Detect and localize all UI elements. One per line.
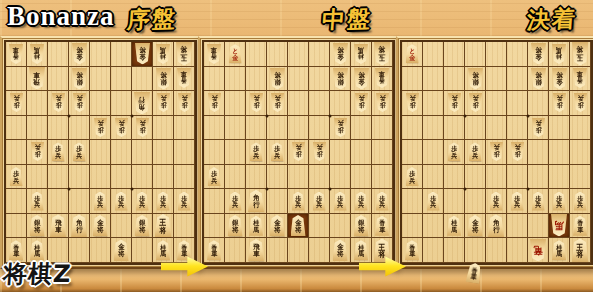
shogi-piece-桂馬-gote[interactable]: 桂馬 <box>156 44 170 64</box>
square-c1r1[interactable]: 香車 <box>6 42 27 67</box>
square-c2r9[interactable] <box>423 238 444 263</box>
square-c2r4[interactable] <box>225 116 246 141</box>
square-c6r8[interactable] <box>111 214 132 239</box>
shogi-piece-桂馬-sente[interactable]: 桂馬 <box>156 240 170 260</box>
shogi-piece-歩兵-gote[interactable]: 歩兵 <box>250 93 263 112</box>
shogi-piece-銀将-gote[interactable]: 銀将 <box>156 68 171 90</box>
shogi-piece-飛車-sente[interactable]: 飛車 <box>248 239 264 262</box>
square-c6r4[interactable]: 歩兵 <box>111 116 132 141</box>
square-c7r8[interactable]: 銀将 <box>132 214 153 239</box>
square-c4r1[interactable] <box>267 42 288 67</box>
shogi-piece-歩兵-gote[interactable]: 歩兵 <box>469 93 482 112</box>
square-c5r6[interactable] <box>288 165 309 190</box>
square-c1r3[interactable]: 歩兵 <box>402 91 423 116</box>
square-c3r5[interactable]: 歩兵 <box>246 140 267 165</box>
square-c2r3[interactable] <box>27 91 48 116</box>
square-c9r7[interactable]: 歩兵 <box>372 189 393 214</box>
shogi-piece-香車-gote[interactable]: 香車 <box>177 68 191 88</box>
shogi-piece-歩兵-gote[interactable]: 歩兵 <box>334 118 347 137</box>
shogi-piece-金将-gote[interactable]: 金将 <box>333 43 348 65</box>
square-c4r2[interactable]: 銀将 <box>69 67 90 92</box>
square-c5r7[interactable]: 歩兵 <box>288 189 309 214</box>
shogi-piece-香車-gote[interactable]: 香車 <box>9 44 23 64</box>
shogi-piece-歩兵-sente[interactable]: 歩兵 <box>271 142 284 161</box>
shogi-piece-歩兵-gote[interactable]: 歩兵 <box>553 93 566 112</box>
square-c5r3[interactable] <box>90 91 111 116</box>
square-c5r6[interactable] <box>486 165 507 190</box>
square-c5r3[interactable] <box>486 91 507 116</box>
square-c9r4[interactable] <box>174 116 195 141</box>
square-c7r7[interactable]: 歩兵 <box>330 189 351 214</box>
square-c8r1[interactable]: 桂馬 <box>549 42 570 67</box>
square-c5r6[interactable] <box>90 165 111 190</box>
square-c2r1[interactable]: 桂馬 <box>27 42 48 67</box>
square-c1r4[interactable] <box>204 116 225 141</box>
square-c4r1[interactable]: 金将 <box>69 42 90 67</box>
square-c6r5[interactable] <box>111 140 132 165</box>
square-c5r5[interactable]: 歩兵 <box>288 140 309 165</box>
shogi-piece-歩兵-sente[interactable]: 歩兵 <box>448 142 461 161</box>
shogi-piece-金将-sente[interactable]: 金将 <box>333 239 348 261</box>
shogi-piece-香車-gote[interactable]: 香車 <box>375 68 389 88</box>
square-c8r2[interactable]: 金将 <box>351 67 372 92</box>
square-c3r6[interactable] <box>444 165 465 190</box>
square-c6r2[interactable] <box>507 67 528 92</box>
square-c7r3[interactable] <box>330 91 351 116</box>
square-c3r9[interactable] <box>444 238 465 263</box>
square-c8r6[interactable] <box>549 165 570 190</box>
square-c4r5[interactable]: 歩兵 <box>69 140 90 165</box>
square-c7r4[interactable]: 歩兵 <box>528 116 549 141</box>
square-c2r2[interactable] <box>225 67 246 92</box>
square-c1r3[interactable]: 歩兵 <box>204 91 225 116</box>
shogi-piece-桂馬-sente[interactable]: 桂馬 <box>447 216 461 236</box>
square-c7r3[interactable] <box>528 91 549 116</box>
square-c4r7[interactable] <box>69 189 90 214</box>
square-c2r2[interactable]: 飛車 <box>27 67 48 92</box>
shogi-piece-歩兵-gote[interactable]: 歩兵 <box>178 93 191 112</box>
square-c3r6[interactable] <box>48 165 69 190</box>
square-c6r9[interactable] <box>309 238 330 263</box>
shogi-piece-金将-gote[interactable]: 金将 <box>531 43 546 65</box>
square-c4r3[interactable]: 歩兵 <box>69 91 90 116</box>
square-c7r5[interactable] <box>330 140 351 165</box>
square-c6r7[interactable]: 歩兵 <box>507 189 528 214</box>
square-c9r1[interactable]: 玉将 <box>174 42 195 67</box>
square-c6r1[interactable] <box>507 42 528 67</box>
shogi-piece-銀将-sente[interactable]: 銀将 <box>354 215 369 237</box>
square-c4r1[interactable] <box>465 42 486 67</box>
square-c9r4[interactable] <box>372 116 393 141</box>
square-c5r1[interactable] <box>288 42 309 67</box>
square-c6r6[interactable] <box>309 165 330 190</box>
square-c3r8[interactable]: 桂馬 <box>444 214 465 239</box>
shogi-piece-歩兵-sente[interactable]: 歩兵 <box>157 192 170 211</box>
square-c1r5[interactable] <box>6 140 27 165</box>
shogi-piece-飛車-gote[interactable]: 飛車 <box>29 67 45 90</box>
shogi-piece-桂馬-sente[interactable]: 桂馬 <box>552 240 566 260</box>
square-c5r9[interactable] <box>288 238 309 263</box>
shogi-piece-歩兵-gote[interactable]: 歩兵 <box>157 93 170 112</box>
shogi-piece-歩兵-gote[interactable]: 歩兵 <box>136 118 149 137</box>
shogi-piece-歩兵-gote[interactable]: 歩兵 <box>94 118 107 137</box>
square-c5r4[interactable] <box>486 116 507 141</box>
square-c9r5[interactable] <box>570 140 591 165</box>
shogi-piece-歩兵-gote[interactable]: 歩兵 <box>208 93 221 112</box>
shogi-piece-王将-sente[interactable]: 王将 <box>572 238 589 262</box>
square-c2r7[interactable]: 歩兵 <box>27 189 48 214</box>
shogi-piece-金将-sente[interactable]: 金将 <box>291 215 306 237</box>
square-c4r7[interactable] <box>267 189 288 214</box>
square-c9r2[interactable]: 香車 <box>570 67 591 92</box>
shogi-piece-歩兵-sente[interactable]: 歩兵 <box>178 192 191 211</box>
square-c9r2[interactable]: 香車 <box>372 67 393 92</box>
square-c8r7[interactable]: 歩兵 <box>351 189 372 214</box>
square-c3r1[interactable] <box>444 42 465 67</box>
shogi-piece-金将-gote[interactable]: 金将 <box>72 43 87 65</box>
board-grid[interactable]: と金金将桂馬玉将銀将銀将金将香車歩兵歩兵歩兵歩兵歩兵歩兵歩兵歩兵歩兵歩兵歩兵歩兵… <box>400 40 593 265</box>
square-c5r3[interactable] <box>288 91 309 116</box>
shogi-piece-歩兵-sente[interactable]: 歩兵 <box>427 192 440 211</box>
square-c9r6[interactable] <box>570 165 591 190</box>
shogi-piece-歩兵-gote[interactable]: 歩兵 <box>31 142 44 161</box>
square-c3r8[interactable]: 飛車 <box>48 214 69 239</box>
square-c5r9[interactable] <box>486 238 507 263</box>
square-c2r9[interactable] <box>225 238 246 263</box>
square-c6r1[interactable] <box>309 42 330 67</box>
shogi-piece-歩兵-sente[interactable]: 歩兵 <box>313 192 326 211</box>
square-c3r7[interactable] <box>48 189 69 214</box>
square-c3r2[interactable] <box>48 67 69 92</box>
square-c4r5[interactable]: 歩兵 <box>267 140 288 165</box>
square-c1r8[interactable] <box>402 214 423 239</box>
shogi-piece-角行-sente[interactable]: 角行 <box>71 214 87 237</box>
shogi-piece-歩兵-sente[interactable]: 歩兵 <box>292 192 305 211</box>
square-c4r6[interactable] <box>465 165 486 190</box>
square-c5r8[interactable]: 金将 <box>288 214 309 239</box>
square-c5r5[interactable] <box>90 140 111 165</box>
square-c6r7[interactable]: 歩兵 <box>309 189 330 214</box>
square-c8r4[interactable] <box>549 116 570 141</box>
square-c6r4[interactable] <box>507 116 528 141</box>
square-c8r9[interactable]: 桂馬 <box>153 238 174 263</box>
square-c1r2[interactable] <box>6 67 27 92</box>
square-c8r3[interactable]: 歩兵 <box>549 91 570 116</box>
square-c8r7[interactable]: 歩兵 <box>153 189 174 214</box>
shogi-piece-銀将-sente[interactable]: 銀将 <box>228 215 243 237</box>
shogi-piece-歩兵-sente[interactable]: 歩兵 <box>406 167 419 186</box>
square-c2r8[interactable]: 銀将 <box>225 214 246 239</box>
square-c8r2[interactable]: 金将 <box>549 67 570 92</box>
board-grid[interactable]: 香車と金金将桂馬玉将銀将銀将金将香車歩兵歩兵歩兵歩兵歩兵歩兵歩兵歩兵歩兵歩兵歩兵… <box>202 40 395 265</box>
square-c7r8[interactable] <box>528 214 549 239</box>
square-c9r6[interactable] <box>372 165 393 190</box>
square-c3r5[interactable]: 歩兵 <box>48 140 69 165</box>
shogi-piece-歩兵-gote[interactable]: 歩兵 <box>532 118 545 137</box>
square-c6r4[interactable] <box>309 116 330 141</box>
square-c5r4[interactable] <box>288 116 309 141</box>
board-grid[interactable]: 香車桂馬金将金将桂馬玉将飛車銀将銀将香車歩兵歩兵歩兵角行歩兵歩兵歩兵歩兵歩兵歩兵… <box>4 40 197 265</box>
shogi-piece-歩兵-sente[interactable]: 歩兵 <box>376 192 389 211</box>
shogi-piece-角行-sente[interactable]: 角行 <box>488 214 504 237</box>
square-c4r8[interactable]: 金将 <box>465 214 486 239</box>
square-c7r2[interactable]: 銀将 <box>528 67 549 92</box>
square-c3r8[interactable]: 桂馬 <box>246 214 267 239</box>
square-c7r9[interactable]: 金将 <box>330 238 351 263</box>
shogi-piece-香車-gote[interactable]: 香車 <box>207 44 221 64</box>
square-c1r6[interactable]: 歩兵 <box>204 165 225 190</box>
square-c1r2[interactable] <box>204 67 225 92</box>
square-c9r4[interactable] <box>570 116 591 141</box>
square-c3r3[interactable]: 歩兵 <box>246 91 267 116</box>
square-c4r7[interactable] <box>465 189 486 214</box>
square-c5r2[interactable] <box>486 67 507 92</box>
shogi-piece-飛車-sente[interactable]: 飛車 <box>50 214 66 237</box>
square-c8r1[interactable]: 桂馬 <box>153 42 174 67</box>
shogi-piece-角行-sente[interactable]: 角行 <box>248 190 264 213</box>
square-c7r6[interactable] <box>330 165 351 190</box>
shogi-piece-歩兵-sente[interactable]: 歩兵 <box>52 142 65 161</box>
square-c9r1[interactable]: 玉将 <box>570 42 591 67</box>
shogi-piece-香車-sente[interactable]: 香車 <box>573 216 587 236</box>
square-c9r5[interactable] <box>174 140 195 165</box>
shogi-piece-銀将-gote[interactable]: 銀将 <box>333 68 348 90</box>
shogi-piece-銀将-gote[interactable]: 銀将 <box>72 68 87 90</box>
square-c3r9[interactable]: 飛車 <box>246 238 267 263</box>
square-c4r4[interactable] <box>267 116 288 141</box>
shogi-piece-歩兵-sente[interactable]: 歩兵 <box>250 142 263 161</box>
square-c1r1[interactable]: と金 <box>402 42 423 67</box>
square-c4r8[interactable]: 角行 <box>69 214 90 239</box>
square-c8r9[interactable]: 桂馬 <box>351 238 372 263</box>
shogi-piece-歩兵-gote[interactable]: 歩兵 <box>73 93 86 112</box>
square-c1r1[interactable]: 香車 <box>204 42 225 67</box>
shogi-piece-歩兵-gote[interactable]: 歩兵 <box>376 93 389 112</box>
square-c2r7[interactable]: 歩兵 <box>225 189 246 214</box>
square-c1r6[interactable]: 歩兵 <box>402 165 423 190</box>
square-c5r8[interactable]: 金将 <box>90 214 111 239</box>
square-c6r6[interactable] <box>111 165 132 190</box>
square-c2r6[interactable] <box>225 165 246 190</box>
shogi-piece-銀将-sente[interactable]: 銀将 <box>135 215 150 237</box>
square-c2r1[interactable] <box>423 42 444 67</box>
square-c5r2[interactable] <box>90 67 111 92</box>
shogi-piece-香車-sente[interactable]: 香車 <box>405 240 419 260</box>
square-c9r9[interactable]: 王将 <box>570 238 591 263</box>
square-c8r1[interactable]: 桂馬 <box>351 42 372 67</box>
shogi-piece-香車-sente[interactable]: 香車 <box>375 216 389 236</box>
square-c3r1[interactable] <box>246 42 267 67</box>
square-c2r5[interactable] <box>423 140 444 165</box>
square-c2r5[interactable]: 歩兵 <box>27 140 48 165</box>
square-c8r8[interactable]: 銀将 <box>351 214 372 239</box>
square-c4r2[interactable]: 銀将 <box>465 67 486 92</box>
board-opening[interactable]: 香車桂馬金将金将桂馬玉将飛車銀将銀将香車歩兵歩兵歩兵角行歩兵歩兵歩兵歩兵歩兵歩兵… <box>0 36 201 269</box>
square-c8r5[interactable] <box>351 140 372 165</box>
square-c7r6[interactable] <box>528 165 549 190</box>
shogi-piece-銀将-gote[interactable]: 銀将 <box>270 68 285 90</box>
shogi-piece-玉将-gote[interactable]: 玉将 <box>572 42 589 66</box>
square-c1r6[interactable]: 歩兵 <box>6 165 27 190</box>
square-c5r7[interactable]: 歩兵 <box>486 189 507 214</box>
shogi-piece-玉将-gote[interactable]: 玉将 <box>176 42 193 66</box>
shogi-piece-歩兵-sente[interactable]: 歩兵 <box>10 167 23 186</box>
square-c9r1[interactable]: 玉将 <box>372 42 393 67</box>
square-c9r8[interactable]: 香車 <box>570 214 591 239</box>
shogi-piece-香車-gote[interactable]: 香車 <box>573 68 587 88</box>
shogi-piece-桂馬-gote[interactable]: 桂馬 <box>354 44 368 64</box>
shogi-piece-歩兵-sente[interactable]: 歩兵 <box>94 192 107 211</box>
square-c4r9[interactable] <box>267 238 288 263</box>
square-c8r8[interactable]: 王将 <box>153 214 174 239</box>
shogi-piece-歩兵-sente[interactable]: 歩兵 <box>73 142 86 161</box>
square-c7r9[interactable]: 竜 <box>528 238 549 263</box>
square-c7r7[interactable]: 歩兵 <box>132 189 153 214</box>
square-c9r3[interactable]: 歩兵 <box>372 91 393 116</box>
square-c9r6[interactable] <box>174 165 195 190</box>
square-c7r2[interactable]: 銀将 <box>330 67 351 92</box>
square-c7r5[interactable] <box>132 140 153 165</box>
square-c1r8[interactable] <box>204 214 225 239</box>
square-c6r9[interactable] <box>507 238 528 263</box>
square-c7r4[interactable]: 歩兵 <box>132 116 153 141</box>
board-middlegame[interactable]: 香車と金金将桂馬玉将銀将銀将金将香車歩兵歩兵歩兵歩兵歩兵歩兵歩兵歩兵歩兵歩兵歩兵… <box>198 36 399 269</box>
square-c1r4[interactable] <box>402 116 423 141</box>
square-c8r4[interactable] <box>153 116 174 141</box>
square-c6r1[interactable] <box>111 42 132 67</box>
shogi-piece-銀将-sente[interactable]: 銀将 <box>30 215 45 237</box>
square-c2r8[interactable] <box>423 214 444 239</box>
square-c8r8[interactable]: 馬 <box>549 214 570 239</box>
square-c8r2[interactable]: 銀将 <box>153 67 174 92</box>
square-c8r4[interactable] <box>351 116 372 141</box>
shogi-piece-桂馬-sente[interactable]: 桂馬 <box>354 240 368 260</box>
square-c9r7[interactable]: 歩兵 <box>570 189 591 214</box>
shogi-piece-玉将-gote[interactable]: 玉将 <box>374 42 391 66</box>
shogi-piece-歩兵-sente[interactable]: 歩兵 <box>229 192 242 211</box>
square-c6r8[interactable] <box>507 214 528 239</box>
shogi-piece-桂馬-gote[interactable]: 桂馬 <box>30 44 44 64</box>
shogi-piece-歩兵-gote[interactable]: 歩兵 <box>52 93 65 112</box>
shogi-piece-歩兵-sente[interactable]: 歩兵 <box>574 192 587 211</box>
shogi-piece-歩兵-sente[interactable]: 歩兵 <box>31 192 44 211</box>
square-c4r3[interactable]: 歩兵 <box>465 91 486 116</box>
square-c3r3[interactable]: 歩兵 <box>444 91 465 116</box>
square-c1r8[interactable] <box>6 214 27 239</box>
shogi-piece-金将-sente[interactable]: 金将 <box>270 215 285 237</box>
square-c7r7[interactable]: 歩兵 <box>528 189 549 214</box>
square-c6r3[interactable] <box>309 91 330 116</box>
square-c4r6[interactable] <box>69 165 90 190</box>
shogi-piece-歩兵-sente[interactable]: 歩兵 <box>334 192 347 211</box>
square-c1r5[interactable] <box>402 140 423 165</box>
square-c1r9[interactable]: 香車 <box>204 238 225 263</box>
square-c1r7[interactable] <box>402 189 423 214</box>
square-c1r3[interactable]: 歩兵 <box>6 91 27 116</box>
square-c4r4[interactable] <box>465 116 486 141</box>
shogi-piece-桂馬-sente[interactable]: 桂馬 <box>249 216 263 236</box>
square-c2r2[interactable] <box>423 67 444 92</box>
shogi-piece-歩兵-sente[interactable]: 歩兵 <box>532 192 545 211</box>
square-c3r4[interactable] <box>444 116 465 141</box>
board-conclusion[interactable]: と金金将桂馬玉将銀将銀将金将香車歩兵歩兵歩兵歩兵歩兵歩兵歩兵歩兵歩兵歩兵歩兵歩兵… <box>396 36 593 269</box>
square-c3r5[interactable]: 歩兵 <box>444 140 465 165</box>
shogi-piece-角行-gote[interactable]: 角行 <box>134 92 150 115</box>
square-c9r2[interactable]: 香車 <box>174 67 195 92</box>
square-c4r5[interactable]: 歩兵 <box>465 140 486 165</box>
shogi-piece-竜-gote[interactable]: 竜 <box>530 239 546 262</box>
square-c1r2[interactable] <box>402 67 423 92</box>
square-c1r9[interactable]: 香車 <box>402 238 423 263</box>
shogi-piece-歩兵-gote[interactable]: 歩兵 <box>271 93 284 112</box>
shogi-piece-王将-sente[interactable]: 王将 <box>155 214 172 238</box>
shogi-piece-銀将-gote[interactable]: 銀将 <box>531 68 546 90</box>
square-c8r5[interactable] <box>549 140 570 165</box>
square-c5r2[interactable] <box>288 67 309 92</box>
square-c1r7[interactable] <box>204 189 225 214</box>
square-c2r3[interactable] <box>225 91 246 116</box>
shogi-piece-歩兵-gote[interactable]: 歩兵 <box>115 118 128 137</box>
square-c1r7[interactable] <box>6 189 27 214</box>
square-c9r3[interactable]: 歩兵 <box>174 91 195 116</box>
square-c7r4[interactable]: 歩兵 <box>330 116 351 141</box>
square-c9r8[interactable]: 香車 <box>372 214 393 239</box>
shogi-piece-桂馬-gote[interactable]: 桂馬 <box>552 44 566 64</box>
square-c4r6[interactable] <box>267 165 288 190</box>
square-c6r5[interactable]: 歩兵 <box>309 140 330 165</box>
square-c3r2[interactable] <box>444 67 465 92</box>
shogi-piece-歩兵-sente[interactable]: 歩兵 <box>355 192 368 211</box>
square-c6r6[interactable] <box>507 165 528 190</box>
square-c3r7[interactable] <box>444 189 465 214</box>
square-c9r8[interactable] <box>174 214 195 239</box>
square-c6r3[interactable] <box>111 91 132 116</box>
square-c6r7[interactable]: 歩兵 <box>111 189 132 214</box>
square-c2r5[interactable] <box>225 140 246 165</box>
square-c5r1[interactable] <box>90 42 111 67</box>
square-c6r5[interactable]: 歩兵 <box>507 140 528 165</box>
square-c4r9[interactable] <box>465 238 486 263</box>
shogi-piece-歩兵-gote[interactable]: 歩兵 <box>448 93 461 112</box>
square-c7r1[interactable]: 金将 <box>330 42 351 67</box>
shogi-piece-歩兵-gote[interactable]: 歩兵 <box>10 93 23 112</box>
square-c8r3[interactable]: 歩兵 <box>351 91 372 116</box>
square-c1r4[interactable] <box>6 116 27 141</box>
shogi-piece-歩兵-sente[interactable]: 歩兵 <box>208 167 221 186</box>
square-c6r2[interactable] <box>111 67 132 92</box>
square-c6r3[interactable] <box>507 91 528 116</box>
square-c6r8[interactable] <box>309 214 330 239</box>
shogi-piece-歩兵-sente[interactable]: 歩兵 <box>136 192 149 211</box>
square-c3r4[interactable] <box>246 116 267 141</box>
shogi-piece-香車-sente[interactable]: 香車 <box>207 240 221 260</box>
shogi-piece-歩兵-gote[interactable]: 歩兵 <box>355 93 368 112</box>
square-c7r1[interactable]: 金将 <box>528 42 549 67</box>
square-c7r8[interactable] <box>330 214 351 239</box>
square-c7r5[interactable] <box>528 140 549 165</box>
shogi-piece-金将-gote[interactable]: 金将 <box>354 68 369 90</box>
square-c3r4[interactable] <box>48 116 69 141</box>
shogi-piece-歩兵-gote[interactable]: 歩兵 <box>511 142 524 161</box>
shogi-piece-歩兵-gote[interactable]: 歩兵 <box>490 142 503 161</box>
shogi-piece-と金-sente[interactable]: と金 <box>229 44 242 63</box>
shogi-piece-歩兵-sente[interactable]: 歩兵 <box>115 192 128 211</box>
square-c5r1[interactable] <box>486 42 507 67</box>
square-c8r5[interactable] <box>153 140 174 165</box>
square-c8r6[interactable] <box>153 165 174 190</box>
square-c2r7[interactable]: 歩兵 <box>423 189 444 214</box>
shogi-piece-金将-gote[interactable]: 金将 <box>552 68 567 90</box>
